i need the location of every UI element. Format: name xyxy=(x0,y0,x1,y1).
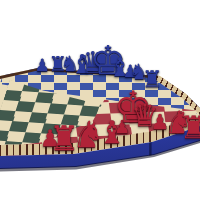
pieces-layer: ♟♜♞♝♛♚♝♟♞♜♟♜♞♝♟♚♛♟♞♜ xyxy=(0,0,200,200)
red-rook-piece[interactable]: ♜ xyxy=(180,112,200,143)
product-photo-scene: ♟♜♞♝♛♚♝♟♞♜♟♜♞♝♟♚♛♟♞♜ xyxy=(0,0,200,200)
blue-pawn-piece[interactable]: ♟ xyxy=(34,57,49,74)
